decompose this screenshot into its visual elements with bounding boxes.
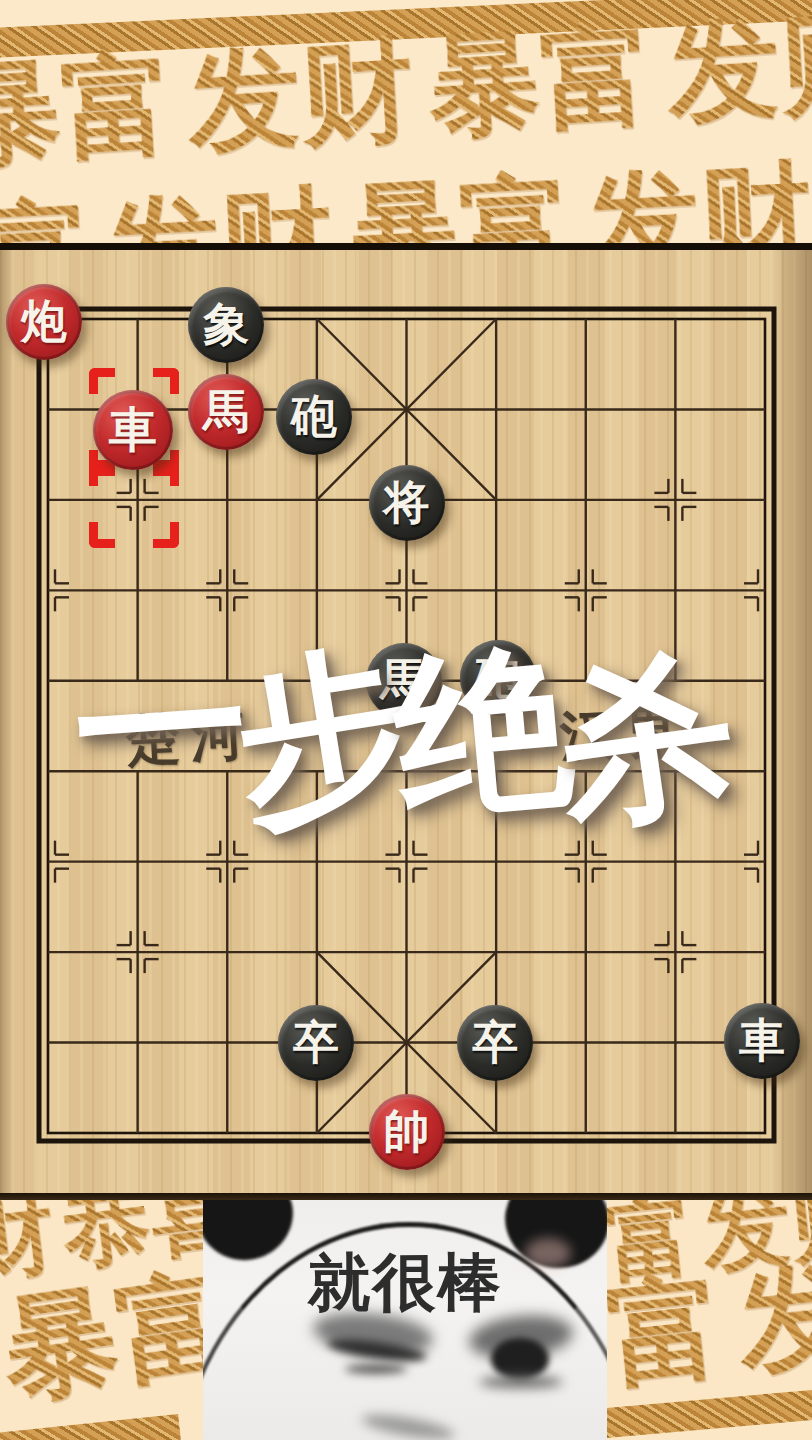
piece-black-chariot[interactable]: 車 bbox=[724, 1003, 800, 1079]
piece-glyph: 象 bbox=[203, 301, 249, 347]
piece-glyph: 卒 bbox=[293, 1019, 339, 1065]
piece-black-soldier-1[interactable]: 卒 bbox=[278, 1005, 354, 1081]
bottom-banner: 财 恭喜 暴富 富 发财 富 发 就很棒 bbox=[0, 1200, 812, 1440]
panda-lash-right bbox=[479, 1376, 563, 1388]
piece-glyph: 車 bbox=[739, 1017, 785, 1063]
board-bottom-edge bbox=[0, 1193, 812, 1200]
piece-glyph: 将 bbox=[384, 479, 430, 525]
video-caption: 一步绝杀 bbox=[74, 612, 812, 849]
piece-red-cannon[interactable]: 炮 bbox=[6, 284, 82, 360]
panda-lash-left bbox=[345, 1364, 407, 1374]
top-banner: 暴富 发财 暴富 发财 富 发财 暴富 发财 bbox=[0, 0, 812, 243]
piece-glyph: 帥 bbox=[384, 1108, 430, 1154]
screenshot-root: 暴富 发财 暴富 发财 富 发财 暴富 发财 楚河 汉界 炮象車馬砲将馬砲卒卒車… bbox=[0, 0, 812, 1440]
piece-black-general[interactable]: 将 bbox=[369, 465, 445, 541]
meme-artifact bbox=[525, 1238, 571, 1268]
piece-glyph: 車 bbox=[109, 405, 157, 453]
move-marker-origin bbox=[89, 460, 179, 548]
piece-glyph: 卒 bbox=[472, 1019, 518, 1065]
piece-glyph: 馬 bbox=[203, 388, 249, 434]
piece-glyph: 炮 bbox=[21, 298, 67, 344]
panda-ear-left-icon bbox=[203, 1200, 302, 1269]
meme-caption: 就很棒 bbox=[308, 1240, 503, 1326]
piece-black-elephant[interactable]: 象 bbox=[188, 287, 264, 363]
piece-black-soldier-2[interactable]: 卒 bbox=[457, 1005, 533, 1081]
board-top-edge bbox=[0, 243, 812, 250]
panda-meme-image: 就很棒 bbox=[203, 1200, 607, 1440]
gold-stripe-bottom-left bbox=[0, 1414, 181, 1440]
piece-red-chariot[interactable]: 車 bbox=[93, 390, 173, 470]
banner-text-bottom-right-big: 富 发 bbox=[602, 1251, 812, 1397]
panda-eye-right bbox=[491, 1338, 549, 1380]
piece-black-cannon-1[interactable]: 砲 bbox=[276, 379, 352, 455]
piece-red-general[interactable]: 帥 bbox=[369, 1094, 445, 1170]
piece-glyph: 砲 bbox=[291, 393, 337, 439]
